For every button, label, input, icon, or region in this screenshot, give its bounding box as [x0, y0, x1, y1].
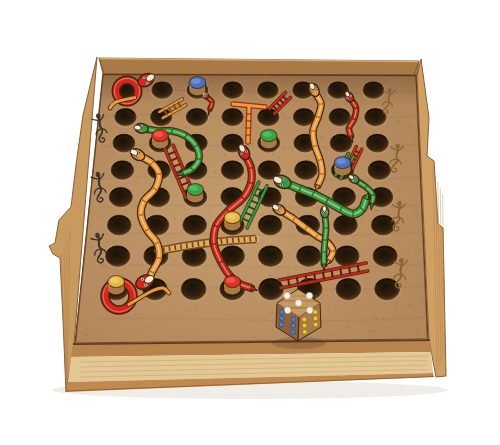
board-hole — [362, 82, 385, 100]
peg-green[interactable] — [261, 130, 277, 149]
board-hole — [151, 82, 174, 100]
board-hole — [256, 82, 279, 100]
board-hole — [372, 246, 398, 268]
photo-canvas — [0, 0, 500, 445]
board-hole — [296, 246, 322, 268]
board-hole — [221, 82, 244, 100]
board-hole — [365, 134, 389, 154]
board-hole — [370, 215, 396, 237]
board-hole — [257, 215, 283, 237]
snakes-and-ladders-box — [0, 0, 500, 445]
board-hole — [335, 278, 362, 301]
peg-yellow[interactable] — [224, 212, 240, 231]
board-hole — [108, 187, 133, 208]
board-hole — [180, 278, 207, 301]
board-hole — [258, 278, 285, 301]
board-hole — [182, 215, 208, 237]
peg-blue[interactable] — [189, 77, 205, 96]
board-hole — [114, 108, 137, 127]
board-hole — [185, 108, 208, 127]
peg-blue[interactable] — [334, 157, 350, 176]
board-hole — [294, 161, 318, 181]
board-hole — [257, 246, 283, 268]
peg-red[interactable] — [224, 276, 240, 295]
peg-green[interactable] — [187, 184, 203, 203]
board-hole — [220, 161, 244, 181]
board-hole — [110, 161, 134, 181]
board-hole — [105, 246, 131, 268]
board-hole — [106, 215, 132, 237]
peg-red[interactable] — [152, 130, 168, 149]
peg-yellow[interactable] — [108, 276, 124, 295]
board-hole — [367, 161, 391, 181]
board-hole — [221, 108, 244, 127]
